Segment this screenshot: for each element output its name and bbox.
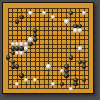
intersection[interactable] <box>19 51 23 55</box>
intersection[interactable] <box>28 10 32 14</box>
intersection[interactable] <box>64 73 68 77</box>
white-stone <box>69 87 73 91</box>
intersection[interactable] <box>78 46 82 50</box>
intersection[interactable] <box>87 87 91 91</box>
black-stone <box>19 73 23 77</box>
intersection[interactable] <box>15 64 19 68</box>
go-grid <box>6 6 91 91</box>
black-stone <box>69 11 73 15</box>
intersection[interactable] <box>69 55 73 59</box>
intersection[interactable] <box>78 28 82 32</box>
white-stone <box>73 28 77 32</box>
intersection[interactable] <box>24 46 28 50</box>
intersection[interactable] <box>28 42 32 46</box>
intersection[interactable] <box>69 87 73 91</box>
screen-background <box>0 0 100 100</box>
intersection[interactable] <box>73 28 77 32</box>
white-stone <box>19 51 23 55</box>
intersection[interactable] <box>69 10 73 14</box>
black-stone <box>33 37 37 41</box>
white-stone <box>42 11 46 15</box>
black-stone <box>6 55 10 59</box>
white-stone <box>24 46 28 50</box>
white-stone <box>78 46 82 50</box>
intersection[interactable] <box>33 37 37 41</box>
intersection[interactable] <box>46 64 50 68</box>
black-stone <box>15 64 19 68</box>
go-board[interactable] <box>2 2 94 94</box>
intersection[interactable] <box>19 73 23 77</box>
white-stone <box>46 64 50 68</box>
black-stone <box>69 55 73 59</box>
white-stone <box>78 28 82 32</box>
black-stone <box>64 73 68 77</box>
black-stone <box>28 42 32 46</box>
white-stone <box>64 19 68 23</box>
intersection[interactable] <box>64 19 68 23</box>
black-stone <box>64 64 68 68</box>
white-stone <box>28 11 32 15</box>
black-stone <box>73 82 77 86</box>
intersection[interactable] <box>64 64 68 68</box>
